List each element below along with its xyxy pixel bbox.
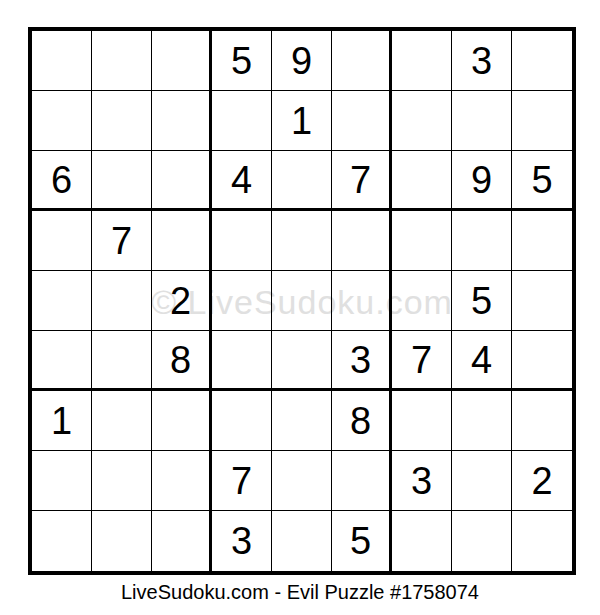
sudoku-cell-r1c4[interactable]: 5	[212, 31, 272, 91]
sudoku-cell-r6c7[interactable]: 7	[392, 331, 452, 391]
sudoku-cell-r9c8[interactable]	[452, 511, 512, 571]
sudoku-cell-r4c4[interactable]	[212, 211, 272, 271]
sudoku-cell-r4c5[interactable]	[272, 211, 332, 271]
sudoku-cell-r6c1[interactable]	[32, 331, 92, 391]
sudoku-cell-r5c7[interactable]	[392, 271, 452, 331]
sudoku-cell-r9c3[interactable]	[152, 511, 212, 571]
sudoku-cell-r2c1[interactable]	[32, 91, 92, 151]
sudoku-cell-r6c4[interactable]	[212, 331, 272, 391]
sudoku-cell-r5c9[interactable]	[512, 271, 572, 331]
sudoku-cell-r8c6[interactable]	[332, 451, 392, 511]
sudoku-cell-r3c4[interactable]: 4	[212, 151, 272, 211]
sudoku-cell-r2c9[interactable]	[512, 91, 572, 151]
sudoku-cell-r4c6[interactable]	[332, 211, 392, 271]
sudoku-cell-r4c2[interactable]: 7	[92, 211, 152, 271]
sudoku-cell-r8c1[interactable]	[32, 451, 92, 511]
sudoku-cell-r6c2[interactable]	[92, 331, 152, 391]
sudoku-cell-r2c2[interactable]	[92, 91, 152, 151]
sudoku-cell-r1c1[interactable]	[32, 31, 92, 91]
sudoku-cell-r6c6[interactable]: 3	[332, 331, 392, 391]
sudoku-cell-r5c1[interactable]	[32, 271, 92, 331]
sudoku-cell-r9c1[interactable]	[32, 511, 92, 571]
sudoku-cell-r3c1[interactable]: 6	[32, 151, 92, 211]
sudoku-cell-r1c2[interactable]	[92, 31, 152, 91]
sudoku-cell-r3c8[interactable]: 9	[452, 151, 512, 211]
sudoku-cell-r6c9[interactable]	[512, 331, 572, 391]
sudoku-cell-r7c1[interactable]: 1	[32, 391, 92, 451]
sudoku-cell-r5c4[interactable]	[212, 271, 272, 331]
sudoku-cell-r2c8[interactable]	[452, 91, 512, 151]
sudoku-cell-r1c9[interactable]	[512, 31, 572, 91]
sudoku-cell-r5c5[interactable]	[272, 271, 332, 331]
sudoku-cell-r2c6[interactable]	[332, 91, 392, 151]
sudoku-cell-r8c3[interactable]	[152, 451, 212, 511]
sudoku-cell-r7c8[interactable]	[452, 391, 512, 451]
sudoku-cell-r1c6[interactable]	[332, 31, 392, 91]
sudoku-cell-r9c6[interactable]: 5	[332, 511, 392, 571]
sudoku-cell-r8c4[interactable]: 7	[212, 451, 272, 511]
sudoku-cell-r8c7[interactable]: 3	[392, 451, 452, 511]
sudoku-cell-r2c4[interactable]	[212, 91, 272, 151]
sudoku-cell-r7c2[interactable]	[92, 391, 152, 451]
sudoku-cell-r7c6[interactable]: 8	[332, 391, 392, 451]
sudoku-cell-r4c3[interactable]	[152, 211, 212, 271]
sudoku-cell-r1c3[interactable]	[152, 31, 212, 91]
sudoku-board: © LiveSudoku.com 59316479572583741873235	[28, 27, 576, 575]
sudoku-cell-r6c3[interactable]: 8	[152, 331, 212, 391]
sudoku-cell-r9c2[interactable]	[92, 511, 152, 571]
sudoku-cell-r9c9[interactable]	[512, 511, 572, 571]
sudoku-cell-r7c9[interactable]	[512, 391, 572, 451]
sudoku-cell-r8c8[interactable]	[452, 451, 512, 511]
sudoku-cell-r1c7[interactable]	[392, 31, 452, 91]
sudoku-cell-r6c8[interactable]: 4	[452, 331, 512, 391]
sudoku-cell-r4c1[interactable]	[32, 211, 92, 271]
sudoku-cell-r8c2[interactable]	[92, 451, 152, 511]
sudoku-cell-r5c6[interactable]	[332, 271, 392, 331]
sudoku-cell-r4c7[interactable]	[392, 211, 452, 271]
sudoku-cell-r1c8[interactable]: 3	[452, 31, 512, 91]
sudoku-cell-r8c9[interactable]: 2	[512, 451, 572, 511]
sudoku-cell-r6c5[interactable]	[272, 331, 332, 391]
sudoku-cell-r2c5[interactable]: 1	[272, 91, 332, 151]
sudoku-cell-r9c4[interactable]: 3	[212, 511, 272, 571]
sudoku-cell-r3c9[interactable]: 5	[512, 151, 572, 211]
sudoku-cell-r3c3[interactable]	[152, 151, 212, 211]
sudoku-cell-r3c5[interactable]	[272, 151, 332, 211]
sudoku-cell-r4c9[interactable]	[512, 211, 572, 271]
sudoku-cell-r7c4[interactable]	[212, 391, 272, 451]
sudoku-cell-r9c7[interactable]	[392, 511, 452, 571]
sudoku-cell-r5c3[interactable]: 2	[152, 271, 212, 331]
sudoku-cell-r4c8[interactable]	[452, 211, 512, 271]
sudoku-cell-r8c5[interactable]	[272, 451, 332, 511]
sudoku-cell-r7c7[interactable]	[392, 391, 452, 451]
puzzle-caption: LiveSudoku.com - Evil Puzzle #1758074	[0, 581, 600, 604]
sudoku-cell-r5c8[interactable]: 5	[452, 271, 512, 331]
sudoku-cell-r5c2[interactable]	[92, 271, 152, 331]
sudoku-cell-r3c7[interactable]	[392, 151, 452, 211]
sudoku-cell-r2c7[interactable]	[392, 91, 452, 151]
sudoku-page: © LiveSudoku.com 59316479572583741873235…	[0, 0, 600, 615]
sudoku-cell-r3c6[interactable]: 7	[332, 151, 392, 211]
sudoku-cell-r9c5[interactable]	[272, 511, 332, 571]
sudoku-cell-r1c5[interactable]: 9	[272, 31, 332, 91]
sudoku-cell-r7c3[interactable]	[152, 391, 212, 451]
sudoku-cell-r3c2[interactable]	[92, 151, 152, 211]
sudoku-cell-r7c5[interactable]	[272, 391, 332, 451]
sudoku-cell-r2c3[interactable]	[152, 91, 212, 151]
